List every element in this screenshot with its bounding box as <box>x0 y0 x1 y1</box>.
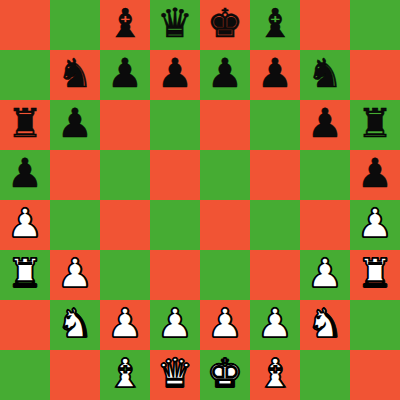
square-e2[interactable]: ♟ <box>200 300 250 350</box>
square-a2[interactable] <box>0 300 50 350</box>
piece-black-rook[interactable]: ♜ <box>357 98 393 148</box>
square-g6[interactable]: ♟ <box>300 100 350 150</box>
square-g8[interactable] <box>300 0 350 50</box>
piece-black-pawn[interactable]: ♟ <box>107 48 143 98</box>
piece-white-pawn[interactable]: ♟ <box>57 248 93 298</box>
square-a6[interactable]: ♜ <box>0 100 50 150</box>
piece-black-knight[interactable]: ♞ <box>307 48 343 98</box>
piece-black-pawn[interactable]: ♟ <box>57 98 93 148</box>
square-f8[interactable]: ♝ <box>250 0 300 50</box>
piece-white-pawn[interactable]: ♟ <box>7 198 43 248</box>
piece-white-pawn[interactable]: ♟ <box>107 298 143 348</box>
chess-board: ♝♛♚♝♞♟♟♟♟♞♜♟♟♜♟♟♟♟♜♟♟♜♞♟♟♟♟♞♝♛♚♝ <box>0 0 400 400</box>
piece-black-king[interactable]: ♚ <box>207 0 243 48</box>
square-d7[interactable]: ♟ <box>150 50 200 100</box>
square-f5[interactable] <box>250 150 300 200</box>
square-e1[interactable]: ♚ <box>200 350 250 400</box>
square-h8[interactable] <box>350 0 400 50</box>
square-b5[interactable] <box>50 150 100 200</box>
piece-black-queen[interactable]: ♛ <box>157 0 193 48</box>
square-f6[interactable] <box>250 100 300 150</box>
square-c8[interactable]: ♝ <box>100 0 150 50</box>
square-a4[interactable]: ♟ <box>0 200 50 250</box>
square-c7[interactable]: ♟ <box>100 50 150 100</box>
square-f2[interactable]: ♟ <box>250 300 300 350</box>
square-c1[interactable]: ♝ <box>100 350 150 400</box>
square-e8[interactable]: ♚ <box>200 0 250 50</box>
piece-black-rook[interactable]: ♜ <box>7 98 43 148</box>
square-g2[interactable]: ♞ <box>300 300 350 350</box>
square-a5[interactable]: ♟ <box>0 150 50 200</box>
square-f3[interactable] <box>250 250 300 300</box>
square-b7[interactable]: ♞ <box>50 50 100 100</box>
square-b4[interactable] <box>50 200 100 250</box>
square-c6[interactable] <box>100 100 150 150</box>
piece-white-pawn[interactable]: ♟ <box>357 198 393 248</box>
square-d1[interactable]: ♛ <box>150 350 200 400</box>
piece-black-pawn[interactable]: ♟ <box>207 48 243 98</box>
square-d5[interactable] <box>150 150 200 200</box>
square-a3[interactable]: ♜ <box>0 250 50 300</box>
square-h7[interactable] <box>350 50 400 100</box>
piece-black-pawn[interactable]: ♟ <box>357 148 393 198</box>
square-b2[interactable]: ♞ <box>50 300 100 350</box>
square-c3[interactable] <box>100 250 150 300</box>
square-e5[interactable] <box>200 150 250 200</box>
square-f4[interactable] <box>250 200 300 250</box>
square-e7[interactable]: ♟ <box>200 50 250 100</box>
piece-black-bishop[interactable]: ♝ <box>257 0 293 48</box>
piece-white-bishop[interactable]: ♝ <box>257 348 293 398</box>
piece-white-knight[interactable]: ♞ <box>57 298 93 348</box>
piece-white-rook[interactable]: ♜ <box>7 248 43 298</box>
square-d4[interactable] <box>150 200 200 250</box>
square-b1[interactable] <box>50 350 100 400</box>
square-c4[interactable] <box>100 200 150 250</box>
piece-white-queen[interactable]: ♛ <box>157 348 193 398</box>
square-a7[interactable] <box>0 50 50 100</box>
square-a8[interactable] <box>0 0 50 50</box>
square-a1[interactable] <box>0 350 50 400</box>
square-h6[interactable]: ♜ <box>350 100 400 150</box>
piece-white-pawn[interactable]: ♟ <box>257 298 293 348</box>
piece-white-pawn[interactable]: ♟ <box>157 298 193 348</box>
square-f1[interactable]: ♝ <box>250 350 300 400</box>
square-b8[interactable] <box>50 0 100 50</box>
square-c2[interactable]: ♟ <box>100 300 150 350</box>
piece-white-knight[interactable]: ♞ <box>307 298 343 348</box>
square-g3[interactable]: ♟ <box>300 250 350 300</box>
square-d8[interactable]: ♛ <box>150 0 200 50</box>
piece-black-bishop[interactable]: ♝ <box>107 0 143 48</box>
piece-white-rook[interactable]: ♜ <box>357 248 393 298</box>
square-h4[interactable]: ♟ <box>350 200 400 250</box>
square-g4[interactable] <box>300 200 350 250</box>
piece-white-king[interactable]: ♚ <box>207 348 243 398</box>
square-b6[interactable]: ♟ <box>50 100 100 150</box>
square-e6[interactable] <box>200 100 250 150</box>
piece-black-pawn[interactable]: ♟ <box>307 98 343 148</box>
square-c5[interactable] <box>100 150 150 200</box>
piece-black-pawn[interactable]: ♟ <box>157 48 193 98</box>
square-h1[interactable] <box>350 350 400 400</box>
square-d3[interactable] <box>150 250 200 300</box>
piece-black-knight[interactable]: ♞ <box>57 48 93 98</box>
square-g1[interactable] <box>300 350 350 400</box>
square-h5[interactable]: ♟ <box>350 150 400 200</box>
piece-white-pawn[interactable]: ♟ <box>307 248 343 298</box>
piece-black-pawn[interactable]: ♟ <box>7 148 43 198</box>
square-g7[interactable]: ♞ <box>300 50 350 100</box>
piece-black-pawn[interactable]: ♟ <box>257 48 293 98</box>
square-e4[interactable] <box>200 200 250 250</box>
square-e3[interactable] <box>200 250 250 300</box>
square-h2[interactable] <box>350 300 400 350</box>
square-f7[interactable]: ♟ <box>250 50 300 100</box>
square-g5[interactable] <box>300 150 350 200</box>
square-d2[interactable]: ♟ <box>150 300 200 350</box>
piece-white-bishop[interactable]: ♝ <box>107 348 143 398</box>
square-d6[interactable] <box>150 100 200 150</box>
square-h3[interactable]: ♜ <box>350 250 400 300</box>
piece-white-pawn[interactable]: ♟ <box>207 298 243 348</box>
square-b3[interactable]: ♟ <box>50 250 100 300</box>
